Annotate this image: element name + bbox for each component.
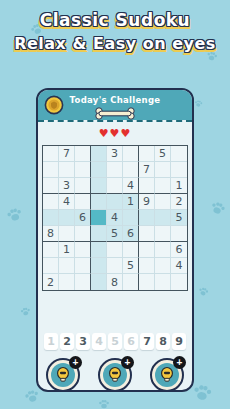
sudoku-cell-r2c2[interactable] [59, 162, 75, 178]
paw-icon [98, 398, 110, 409]
sudoku-cell-r3c6[interactable]: 4 [123, 178, 139, 194]
sudoku-cell-r3c1[interactable] [43, 178, 59, 194]
paw-icon [208, 198, 229, 219]
sudoku-cell-r1c4[interactable] [91, 146, 107, 162]
paw-icon [190, 380, 214, 404]
sudoku-cell-r4c7[interactable]: 9 [139, 194, 155, 210]
sudoku-cell-r7c5[interactable] [107, 242, 123, 258]
sudoku-cell-r9c9[interactable] [171, 274, 187, 290]
sudoku-cell-r1c6[interactable] [123, 146, 139, 162]
numpad-1-button[interactable]: 1 [44, 333, 58, 350]
numpad-5-button[interactable]: 5 [108, 333, 122, 350]
sudoku-cell-r4c6[interactable]: 1 [123, 194, 139, 210]
lives-hearts: ♥♥♥ [99, 128, 132, 139]
sudoku-cell-r9c8[interactable] [155, 274, 171, 290]
sudoku-cell-r8c7[interactable] [139, 258, 155, 274]
sudoku-cell-r1c2[interactable]: 7 [59, 146, 75, 162]
sudoku-cell-r2c4[interactable] [91, 162, 107, 178]
sudoku-cell-r3c4[interactable] [91, 178, 107, 194]
sudoku-cell-r1c9[interactable] [171, 146, 187, 162]
sudoku-cell-r5c4[interactable] [91, 210, 107, 226]
paw-icon [22, 386, 42, 406]
sudoku-cell-r2c5[interactable] [107, 162, 123, 178]
sudoku-cell-r6c2[interactable] [59, 226, 75, 242]
sudoku-cell-r7c6[interactable] [123, 242, 139, 258]
sudoku-cell-r4c1[interactable] [43, 194, 59, 210]
app-subtitle: Relax & Easy on eyes [0, 34, 230, 53]
sudoku-cell-r1c7[interactable] [139, 146, 155, 162]
sudoku-cell-r7c4[interactable] [91, 242, 107, 258]
sudoku-cell-r2c3[interactable] [75, 162, 91, 178]
sudoku-cell-r1c3[interactable] [75, 146, 91, 162]
sudoku-cell-r5c9[interactable]: 5 [171, 210, 187, 226]
sudoku-cell-r5c8[interactable] [155, 210, 171, 226]
numpad-4-button[interactable]: 4 [92, 333, 106, 350]
sudoku-cell-r8c3[interactable] [75, 258, 91, 274]
plus-badge: + [69, 356, 82, 369]
sudoku-cell-r8c1[interactable] [43, 258, 59, 274]
sudoku-cell-r9c1[interactable]: 2 [43, 274, 59, 290]
sudoku-cell-r9c4[interactable] [91, 274, 107, 290]
sudoku-cell-r6c5[interactable]: 5 [107, 226, 123, 242]
sudoku-cell-r3c3[interactable] [75, 178, 91, 194]
sudoku-cell-r6c6[interactable]: 6 [123, 226, 139, 242]
bone-icon [92, 105, 138, 118]
sudoku-cell-r6c7[interactable] [139, 226, 155, 242]
sudoku-cell-r4c8[interactable] [155, 194, 171, 210]
challenge-card: Today's Challenge ♥♥♥ 735734141926458561… [36, 88, 194, 392]
card-header: Today's Challenge [38, 90, 192, 120]
sudoku-cell-r8c9[interactable]: 4 [171, 258, 187, 274]
app-screen: Classic Sudoku Relax & Easy on eyes Toda… [0, 0, 230, 409]
sudoku-cell-r5c6[interactable] [123, 210, 139, 226]
heart-icon: ♥ [99, 127, 110, 140]
heart-icon: ♥ [120, 127, 131, 140]
sudoku-cell-r5c3[interactable]: 6 [75, 210, 91, 226]
sudoku-cell-r2c9[interactable] [171, 162, 187, 178]
sudoku-cell-r9c7[interactable] [139, 274, 155, 290]
hint-booster-button-2[interactable]: + [98, 358, 132, 392]
paw-icon [19, 305, 32, 318]
sudoku-cell-r5c7[interactable] [139, 210, 155, 226]
sudoku-cell-r3c7[interactable] [139, 178, 155, 194]
paw-icon [197, 285, 210, 298]
sudoku-cell-r7c3[interactable] [75, 242, 91, 258]
sudoku-cell-r3c9[interactable]: 1 [171, 178, 187, 194]
sudoku-cell-r7c7[interactable] [139, 242, 155, 258]
sudoku-cell-r2c6[interactable] [123, 162, 139, 178]
sudoku-cell-r8c5[interactable] [107, 258, 123, 274]
sudoku-cell-r6c4[interactable] [91, 226, 107, 242]
number-pad: 123456789 [44, 333, 186, 350]
sudoku-cell-r4c9[interactable]: 2 [171, 194, 187, 210]
sudoku-cell-r8c4[interactable] [91, 258, 107, 274]
booster-row: + + + [46, 358, 184, 392]
sudoku-cell-r3c8[interactable] [155, 178, 171, 194]
paw-icon [4, 204, 25, 225]
numpad-6-button[interactable]: 6 [124, 333, 138, 350]
sudoku-cell-r2c1[interactable] [43, 162, 59, 178]
sudoku-cell-r5c5[interactable]: 4 [107, 210, 123, 226]
sudoku-cell-r7c2[interactable]: 1 [59, 242, 75, 258]
numpad-3-button[interactable]: 3 [76, 333, 90, 350]
numpad-7-button[interactable]: 7 [140, 333, 154, 350]
sudoku-cell-r2c8[interactable] [155, 162, 171, 178]
sudoku-cell-r6c8[interactable] [155, 226, 171, 242]
numpad-9-button[interactable]: 9 [172, 333, 186, 350]
sudoku-cell-r7c9[interactable]: 6 [171, 242, 187, 258]
sudoku-cell-r8c8[interactable] [155, 258, 171, 274]
numpad-8-button[interactable]: 8 [156, 333, 170, 350]
sudoku-cell-r5c1[interactable] [43, 210, 59, 226]
card-body: ♥♥♥ 73573414192645856165428 123456789 + … [38, 122, 192, 392]
sudoku-cell-r2c7[interactable]: 7 [139, 162, 155, 178]
numpad-2-button[interactable]: 2 [60, 333, 74, 350]
sudoku-cell-r1c5[interactable]: 3 [107, 146, 123, 162]
sudoku-cell-r3c5[interactable] [107, 178, 123, 194]
sudoku-cell-r4c3[interactable] [75, 194, 91, 210]
sudoku-board: 73573414192645856165428 [42, 145, 188, 291]
app-title-block: Classic Sudoku Relax & Easy on eyes [0, 10, 230, 53]
header-title: Today's Challenge [38, 95, 192, 105]
sudoku-cell-r7c1[interactable] [43, 242, 59, 258]
sudoku-cell-r8c6[interactable]: 5 [123, 258, 139, 274]
hint-booster-button-3[interactable]: + [150, 358, 184, 392]
paw-icon [193, 98, 203, 108]
sudoku-cell-r6c9[interactable] [171, 226, 187, 242]
sudoku-cell-r6c3[interactable] [75, 226, 91, 242]
sudoku-cell-r9c2[interactable] [59, 274, 75, 290]
sudoku-cell-r4c5[interactable] [107, 194, 123, 210]
sudoku-cell-r9c6[interactable] [123, 274, 139, 290]
sudoku-cell-r9c3[interactable] [75, 274, 91, 290]
heart-icon: ♥ [110, 127, 121, 140]
hint-booster-button-1[interactable]: + [46, 358, 80, 392]
sudoku-cell-r6c1[interactable]: 8 [43, 226, 59, 242]
sudoku-cell-r4c2[interactable]: 4 [59, 194, 75, 210]
plus-badge: + [121, 356, 134, 369]
sudoku-cell-r5c2[interactable] [59, 210, 75, 226]
sudoku-cell-r7c8[interactable] [155, 242, 171, 258]
app-title: Classic Sudoku [0, 10, 230, 30]
sudoku-cell-r9c5[interactable]: 8 [107, 274, 123, 290]
sudoku-cell-r4c4[interactable] [91, 194, 107, 210]
sudoku-cell-r3c2[interactable]: 3 [59, 178, 75, 194]
sudoku-cell-r1c8[interactable]: 5 [155, 146, 171, 162]
sudoku-cell-r1c1[interactable] [43, 146, 59, 162]
plus-badge: + [173, 356, 186, 369]
sudoku-cell-r8c2[interactable] [59, 258, 75, 274]
